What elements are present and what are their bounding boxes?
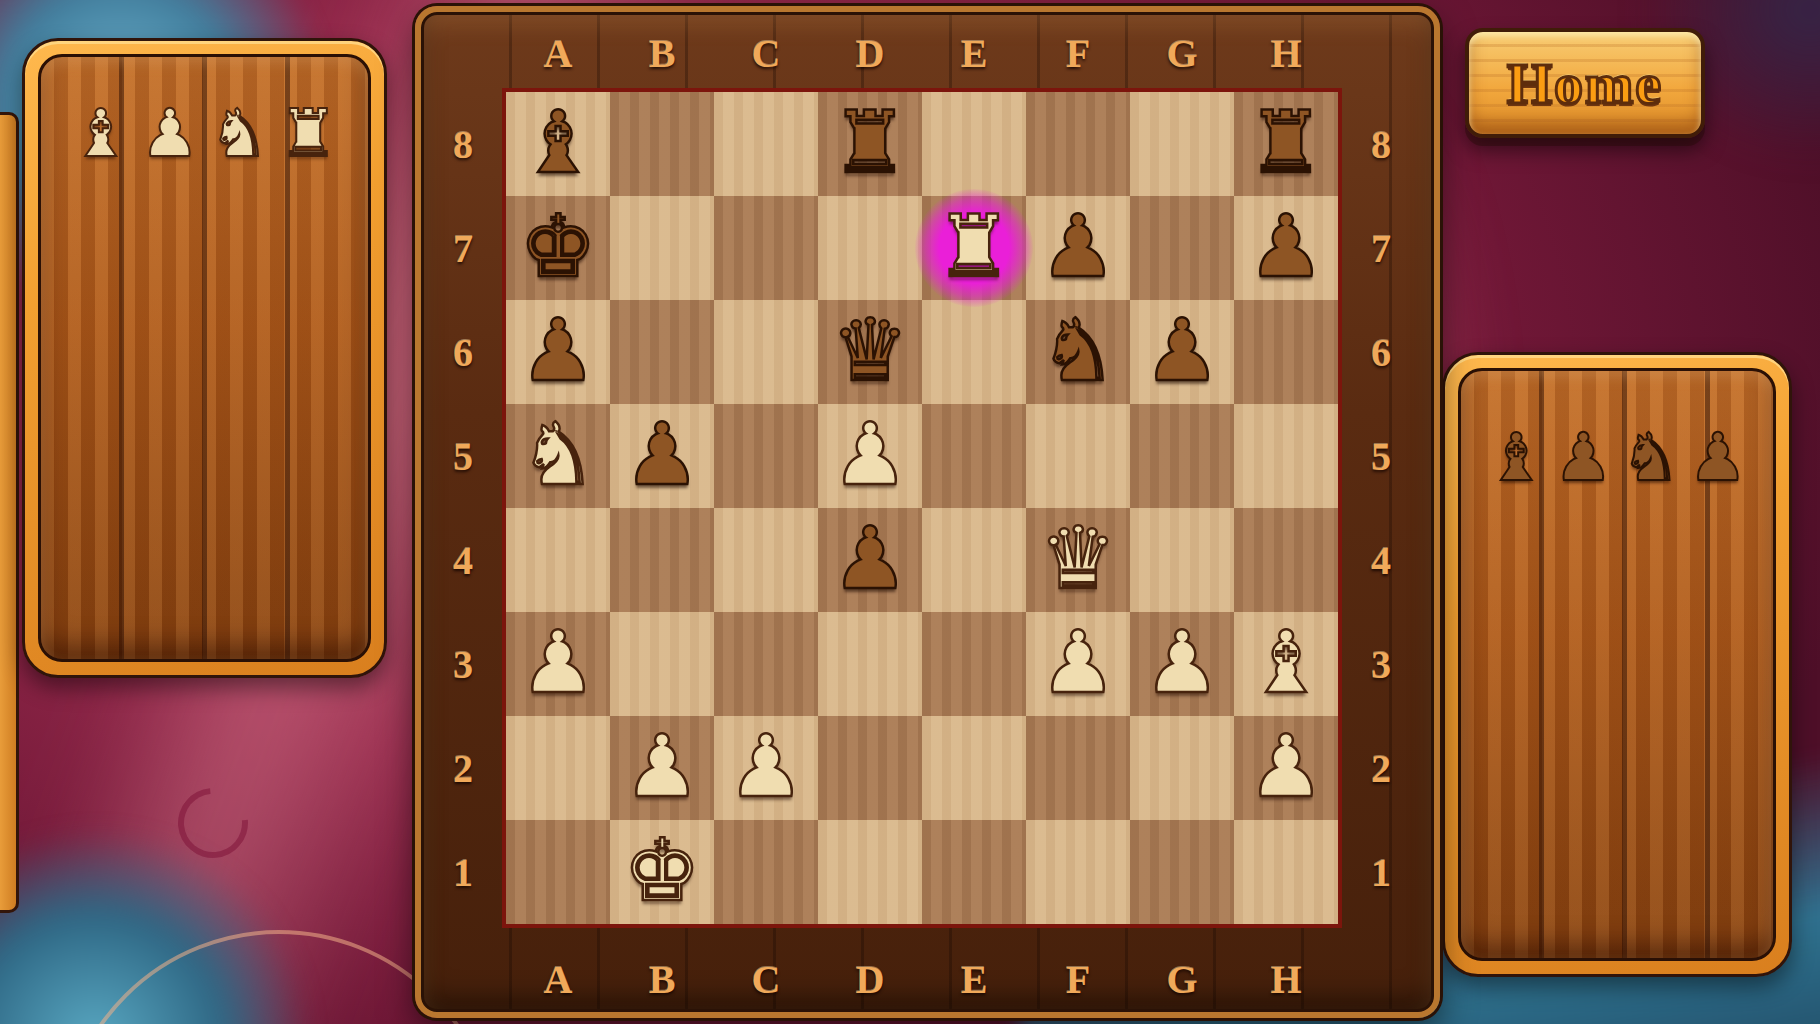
white-pawn[interactable]: ♟ [1234,716,1338,817]
square-f5[interactable] [1026,404,1130,508]
square-g7[interactable] [1130,196,1234,300]
file-label-g: G [1130,952,1234,1008]
square-a6[interactable]: ♟ [506,300,610,404]
black-pawn[interactable]: ♟ [1026,196,1130,297]
square-b8[interactable] [610,92,714,196]
white-pawn[interactable]: ♟ [610,716,714,817]
captured-black-knight: ♞ [1621,415,1680,501]
file-label-c: C [714,952,818,1008]
square-g4[interactable] [1130,508,1234,612]
rank-label-4: 4 [435,508,491,612]
square-e6[interactable] [922,300,1026,404]
captured-white-knight: ♞ [210,91,269,177]
white-pawn[interactable]: ♟ [818,404,922,505]
file-label-e: E [922,26,1026,82]
rank-label-2: 2 [435,716,491,820]
black-pawn[interactable]: ♟ [1234,196,1338,297]
square-b7[interactable] [610,196,714,300]
file-label-h: H [1234,26,1338,82]
fabric-swirl-ornament [164,774,263,873]
white-queen[interactable]: ♛ [1026,508,1130,609]
square-e4[interactable] [922,508,1026,612]
home-button[interactable]: Home [1465,28,1705,138]
square-c7[interactable] [714,196,818,300]
square-h5[interactable] [1234,404,1338,508]
square-b1[interactable]: ♚ [610,820,714,924]
square-a1[interactable] [506,820,610,924]
rank-labels-left: 87654321 [435,92,491,924]
file-label-e: E [922,952,1026,1008]
file-label-h: H [1234,952,1338,1008]
black-rook[interactable]: ♜ [818,92,922,193]
captured-white-bishop: ♝ [71,91,130,177]
square-e8[interactable] [922,92,1026,196]
white-king[interactable]: ♚ [610,820,714,921]
fabric-teal-patch-bottom-left [0,830,310,1024]
square-c4[interactable] [714,508,818,612]
square-b4[interactable] [610,508,714,612]
file-label-g: G [1130,26,1234,82]
square-f8[interactable] [1026,92,1130,196]
square-f4[interactable]: ♛ [1026,508,1130,612]
square-g8[interactable] [1130,92,1234,196]
black-knight[interactable]: ♞ [1026,300,1130,401]
file-label-d: D [818,952,922,1008]
rank-label-2: 2 [1353,716,1409,820]
square-g2[interactable] [1130,716,1234,820]
square-g3[interactable]: ♟ [1130,612,1234,716]
board-grid: ♝♜♜♚♜♟♟♟♛♞♟♞♟♟♟♛♟♟♟♝♟♟♟♚ [506,92,1338,924]
captured-black-pawn: ♟ [1688,415,1747,501]
white-bishop[interactable]: ♝ [1234,612,1338,713]
square-c8[interactable] [714,92,818,196]
rank-label-3: 3 [435,612,491,716]
square-d3[interactable] [818,612,922,716]
square-c5[interactable] [714,404,818,508]
white-pawn[interactable]: ♟ [714,716,818,817]
file-label-d: D [818,26,922,82]
captured-black-pawn: ♟ [1554,415,1613,501]
white-knight[interactable]: ♞ [506,404,610,505]
file-label-c: C [714,26,818,82]
rank-label-6: 6 [1353,300,1409,404]
square-f2[interactable] [1026,716,1130,820]
white-pawn[interactable]: ♟ [1130,612,1234,713]
square-d7[interactable] [818,196,922,300]
file-label-b: B [610,952,714,1008]
home-button-label: Home [1507,50,1663,117]
black-bishop[interactable]: ♝ [506,92,610,193]
rank-label-4: 4 [1353,508,1409,612]
square-c1[interactable] [714,820,818,924]
left-edge-wood-strip [0,112,19,913]
white-rook[interactable]: ♜ [922,196,1026,297]
captured-white-tray: ♝♟♞♜ [22,38,387,678]
square-h3[interactable]: ♝ [1234,612,1338,716]
rank-label-8: 8 [1353,92,1409,196]
square-d4[interactable]: ♟ [818,508,922,612]
square-g1[interactable] [1130,820,1234,924]
square-a3[interactable]: ♟ [506,612,610,716]
square-h2[interactable]: ♟ [1234,716,1338,820]
square-f3[interactable]: ♟ [1026,612,1130,716]
game-background: ♝♟♞♜ ♝♟♞♟ ABCDEFGH ABCDEFGH 87654321 876… [0,0,1820,1024]
square-h7[interactable]: ♟ [1234,196,1338,300]
square-f6[interactable]: ♞ [1026,300,1130,404]
rank-label-6: 6 [435,300,491,404]
square-b3[interactable] [610,612,714,716]
black-pawn[interactable]: ♟ [818,508,922,609]
square-e7[interactable]: ♜ [922,196,1026,300]
square-e3[interactable] [922,612,1026,716]
file-labels-top: ABCDEFGH [506,26,1338,82]
square-c3[interactable] [714,612,818,716]
file-label-a: A [506,26,610,82]
chess-board: ABCDEFGH ABCDEFGH 87654321 87654321 ♝♜♜♚… [415,6,1440,1018]
square-d6[interactable]: ♛ [818,300,922,404]
white-pawn[interactable]: ♟ [506,612,610,713]
rank-label-1: 1 [435,820,491,924]
captured-white-pawn: ♟ [140,91,199,177]
rank-labels-right: 87654321 [1353,92,1409,924]
black-pawn[interactable]: ♟ [1130,300,1234,401]
square-b2[interactable]: ♟ [610,716,714,820]
rank-label-5: 5 [1353,404,1409,508]
square-c2[interactable]: ♟ [714,716,818,820]
captured-black-bishop: ♝ [1487,415,1546,501]
square-h6[interactable] [1234,300,1338,404]
square-b5[interactable]: ♟ [610,404,714,508]
square-g5[interactable] [1130,404,1234,508]
square-h8[interactable]: ♜ [1234,92,1338,196]
black-pawn[interactable]: ♟ [506,300,610,401]
captured-white-rook: ♜ [279,91,338,177]
square-d8[interactable]: ♜ [818,92,922,196]
captured-white-pieces: ♝♟♞♜ [38,54,371,662]
square-a8[interactable]: ♝ [506,92,610,196]
file-label-f: F [1026,952,1130,1008]
square-c6[interactable] [714,300,818,404]
square-a5[interactable]: ♞ [506,404,610,508]
rank-label-7: 7 [1353,196,1409,300]
square-a7[interactable]: ♚ [506,196,610,300]
black-queen[interactable]: ♛ [818,300,922,401]
square-f1[interactable] [1026,820,1130,924]
square-h4[interactable] [1234,508,1338,612]
square-e1[interactable] [922,820,1026,924]
square-e2[interactable] [922,716,1026,820]
captured-black-pieces: ♝♟♞♟ [1458,368,1776,961]
square-g6[interactable]: ♟ [1130,300,1234,404]
file-label-f: F [1026,26,1130,82]
rank-label-8: 8 [435,92,491,196]
file-labels-bottom: ABCDEFGH [506,952,1338,1008]
square-d5[interactable]: ♟ [818,404,922,508]
rank-label-1: 1 [1353,820,1409,924]
square-b6[interactable] [610,300,714,404]
captured-black-tray: ♝♟♞♟ [1442,352,1792,977]
black-pawn[interactable]: ♟ [610,404,714,505]
black-rook[interactable]: ♜ [1234,92,1338,193]
file-label-b: B [610,26,714,82]
square-a2[interactable] [506,716,610,820]
black-king[interactable]: ♚ [506,196,610,297]
square-d2[interactable] [818,716,922,820]
white-pawn[interactable]: ♟ [1026,612,1130,713]
square-h1[interactable] [1234,820,1338,924]
square-d1[interactable] [818,820,922,924]
square-e5[interactable] [922,404,1026,508]
square-f7[interactable]: ♟ [1026,196,1130,300]
square-a4[interactable] [506,508,610,612]
rank-label-3: 3 [1353,612,1409,716]
rank-label-7: 7 [435,196,491,300]
file-label-a: A [506,952,610,1008]
rank-label-5: 5 [435,404,491,508]
